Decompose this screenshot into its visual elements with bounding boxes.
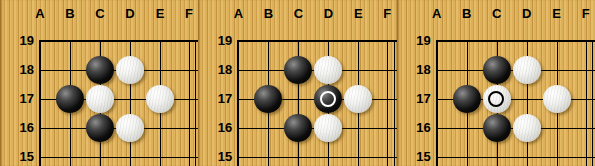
col-label-C: C — [91, 6, 109, 22]
last-move-marker-C17 — [488, 91, 504, 107]
row-label-17: 17 — [202, 91, 232, 107]
stone-black-C16 — [86, 114, 114, 142]
stone-white-D18 — [116, 56, 144, 84]
grid-line-h-19 — [39, 40, 198, 42]
col-label-F: F — [378, 6, 396, 22]
go-board-diagram-1[interactable]: ABCDEF1918171615 — [0, 0, 198, 166]
grid-line-v-A — [436, 40, 438, 166]
col-label-D: D — [518, 6, 536, 22]
stone-white-D18 — [513, 56, 541, 84]
stone-white-D16 — [314, 114, 342, 142]
row-label-19: 19 — [202, 33, 232, 49]
stone-white-E17 — [344, 85, 372, 113]
col-label-E: E — [349, 6, 367, 22]
grid-line-v-F — [387, 40, 388, 166]
stone-black-B17 — [453, 85, 481, 113]
row-label-16: 16 — [401, 120, 431, 136]
row-label-18: 18 — [202, 62, 232, 78]
stone-black-D17 — [314, 85, 342, 113]
stone-white-D16 — [513, 114, 541, 142]
col-label-F: F — [577, 6, 595, 22]
grid-line-v-A — [39, 40, 41, 166]
stone-black-C16 — [284, 114, 312, 142]
row-label-19: 19 — [401, 33, 431, 49]
row-label-17: 17 — [401, 91, 431, 107]
grid-line-h-15 — [39, 157, 198, 158]
col-label-C: C — [289, 6, 307, 22]
stone-black-C18 — [86, 56, 114, 84]
col-label-B: B — [458, 6, 476, 22]
stone-black-B17 — [56, 85, 84, 113]
grid-line-v-F — [189, 40, 190, 166]
grid-line-h-15 — [237, 157, 396, 158]
col-label-D: D — [121, 6, 139, 22]
row-label-15: 15 — [202, 149, 232, 165]
stone-black-B17 — [254, 85, 282, 113]
row-label-18: 18 — [401, 62, 431, 78]
grid-line-h-15 — [436, 157, 595, 158]
col-label-B: B — [259, 6, 277, 22]
col-label-B: B — [61, 6, 79, 22]
stone-white-D16 — [116, 114, 144, 142]
grid-line-h-19 — [436, 40, 595, 42]
stone-white-C17 — [483, 85, 511, 113]
col-label-A: A — [229, 6, 247, 22]
stone-black-C18 — [284, 56, 312, 84]
grid-line-v-F — [586, 40, 587, 166]
row-label-19: 19 — [4, 33, 34, 49]
row-label-16: 16 — [4, 120, 34, 136]
col-label-A: A — [428, 6, 446, 22]
col-label-C: C — [488, 6, 506, 22]
row-label-17: 17 — [4, 91, 34, 107]
last-move-marker-D17 — [320, 91, 336, 107]
grid-line-h-19 — [237, 40, 396, 42]
stone-white-D18 — [314, 56, 342, 84]
board-crop-edge-line — [394, 40, 395, 166]
col-label-D: D — [319, 6, 337, 22]
row-label-15: 15 — [401, 149, 431, 165]
go-diagrams-strip: ABCDEF1918171615ABCDEF1918171615ABCDEF19… — [0, 0, 595, 166]
col-label-F: F — [180, 6, 198, 22]
col-label-E: E — [151, 6, 169, 22]
stone-black-C16 — [483, 114, 511, 142]
grid-line-v-A — [237, 40, 239, 166]
board-crop-edge-line — [195, 40, 196, 166]
go-board-diagram-3[interactable]: ABCDEF1918171615 — [397, 0, 595, 166]
board-crop-edge-line — [592, 40, 593, 166]
go-board-diagram-2[interactable]: ABCDEF1918171615 — [198, 0, 396, 166]
col-label-E: E — [548, 6, 566, 22]
row-label-15: 15 — [4, 149, 34, 165]
row-label-18: 18 — [4, 62, 34, 78]
stone-white-E17 — [543, 85, 571, 113]
stone-white-C17 — [86, 85, 114, 113]
stone-white-E17 — [146, 85, 174, 113]
stone-black-C18 — [483, 56, 511, 84]
row-label-16: 16 — [202, 120, 232, 136]
col-label-A: A — [31, 6, 49, 22]
